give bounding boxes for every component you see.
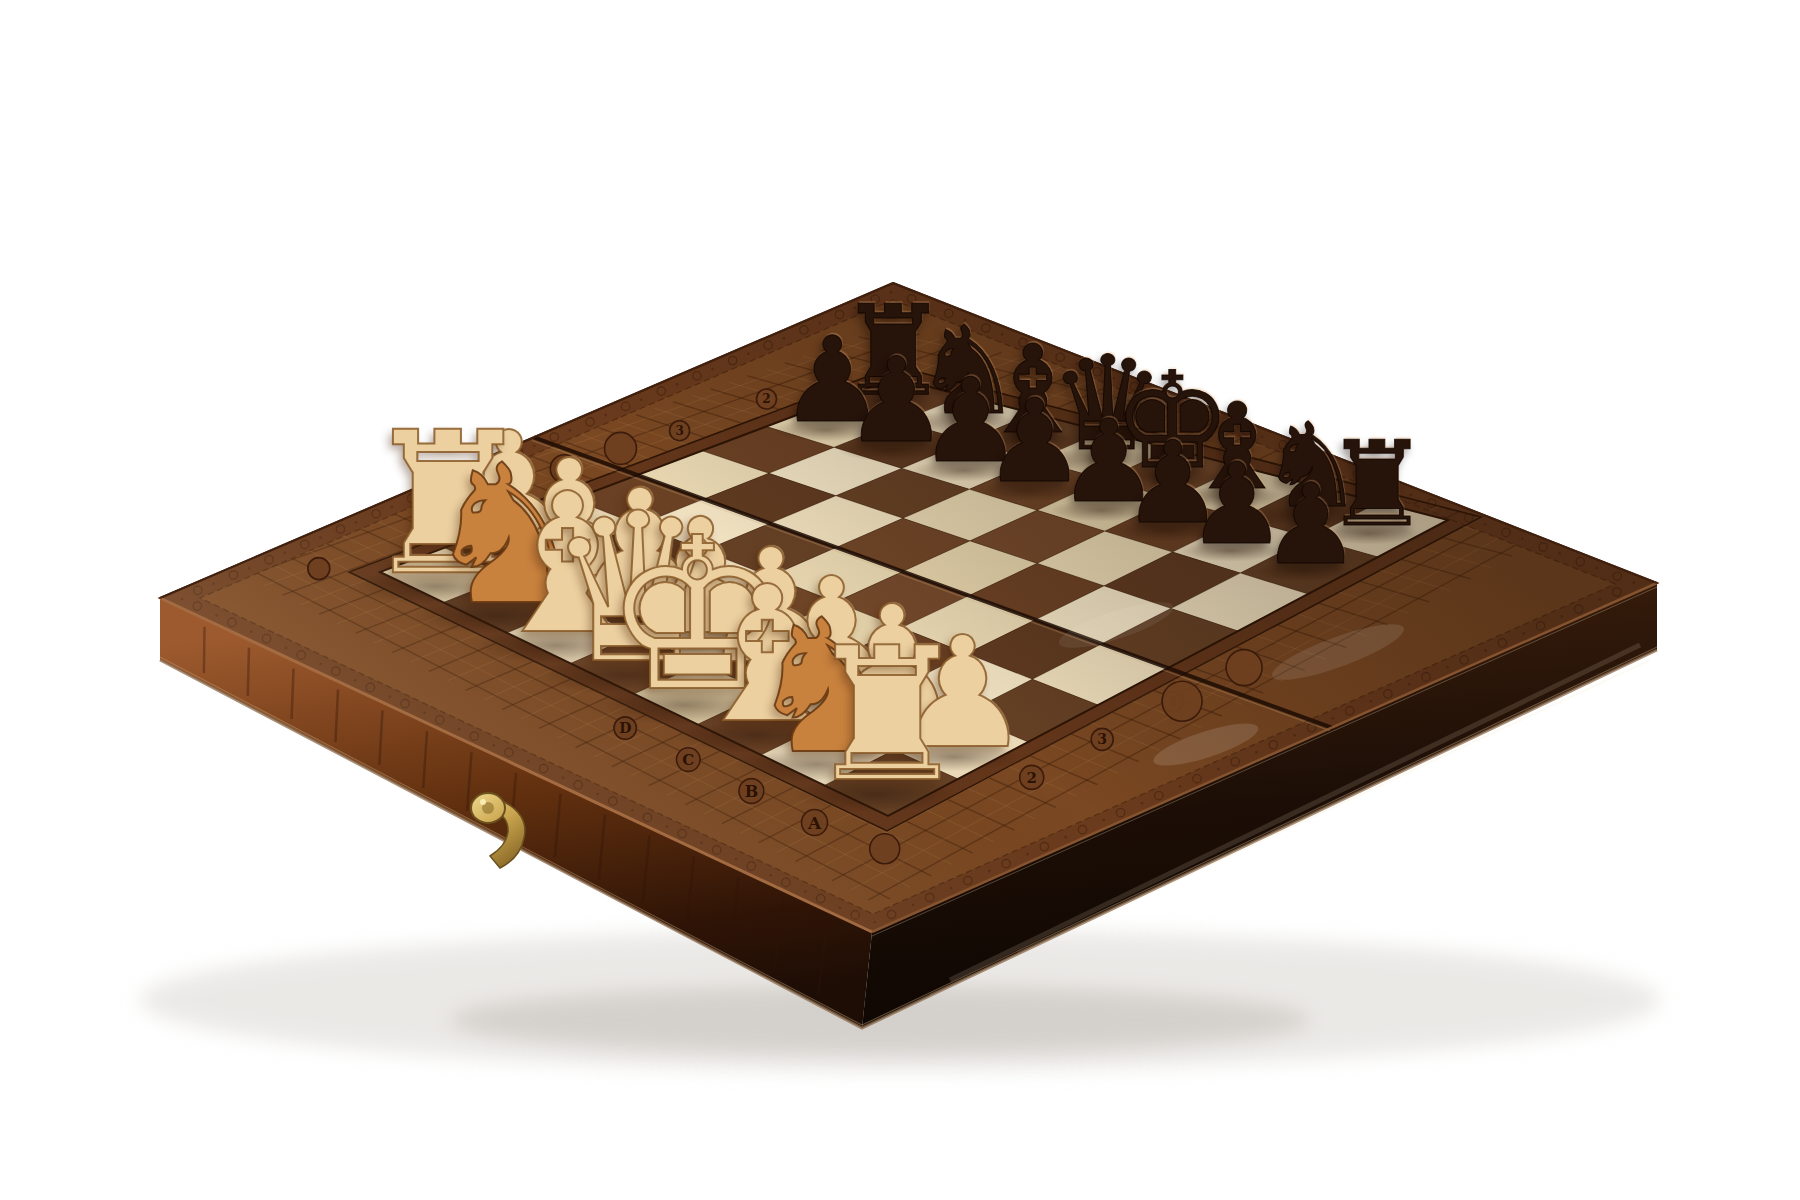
ornament-medallion bbox=[308, 558, 330, 580]
rank-label-a3: 3 bbox=[1097, 731, 1107, 747]
file-label-C: C bbox=[682, 751, 694, 769]
ornament-medallion bbox=[1226, 650, 1262, 686]
chess-set-photo: ABCD23432 ♜♞♟♝♟♛♟♚♟♝♟♞♟♜♟♟♟♜♟♞♟♟♝♟♛♟♚♟♝♟… bbox=[0, 0, 1800, 1200]
rank-label-h3: 3 bbox=[675, 424, 683, 438]
file-label-A: A bbox=[807, 813, 822, 833]
lighting-overlay bbox=[160, 283, 1657, 932]
ornament-medallion bbox=[870, 834, 900, 864]
rank-label-a2: 2 bbox=[1026, 769, 1036, 787]
ornament-medallion bbox=[1162, 681, 1202, 721]
file-label-B: B bbox=[745, 782, 759, 801]
rank-label-h2: 2 bbox=[762, 392, 770, 406]
chess-board: ABCD23432 bbox=[0, 0, 1800, 1200]
ornament-medallion bbox=[550, 455, 578, 483]
file-label-D: D bbox=[619, 720, 631, 736]
ornament-medallion bbox=[605, 432, 637, 464]
